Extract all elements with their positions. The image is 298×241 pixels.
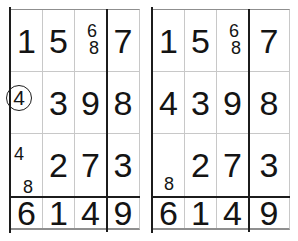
digit: 2: [191, 148, 210, 182]
digit: 7: [114, 24, 133, 58]
digit: 9: [114, 196, 133, 230]
right-cell-r1c1: 1: [153, 10, 185, 72]
thick-box-divider-vertical: [248, 9, 250, 232]
digit: 6: [17, 196, 36, 230]
thick-left-border: [151, 7, 153, 233]
right-cell-r2c3: 9: [217, 72, 249, 134]
left-cell-r3c2: 2: [43, 134, 75, 197]
sudoku-diagram: 1 5 6 8 7 4 3 9 8 4 8 2 7 3 6 1 4 9 1: [0, 0, 298, 241]
left-cell-r1c1: 1: [11, 10, 43, 72]
candidate-digit: 8: [89, 41, 99, 55]
circled-digit: 4: [6, 85, 32, 111]
thick-box-divider-horizontal: [151, 196, 290, 198]
thick-left-border: [9, 7, 11, 233]
digit: 3: [49, 86, 68, 120]
candidate-digit: 6: [229, 24, 239, 38]
digit: 4: [223, 196, 242, 230]
digit: 5: [49, 24, 68, 58]
left-cell-r2c3: 9: [75, 72, 107, 134]
digit: 7: [223, 148, 242, 182]
right-cell-r3c2: 2: [185, 134, 217, 197]
digit: 9: [223, 86, 242, 120]
thick-box-divider-vertical: [106, 9, 108, 232]
left-cell-r2c1: 4: [11, 72, 43, 134]
candidate-digit: 8: [23, 180, 33, 194]
digit: 7: [260, 24, 279, 58]
right-cell-r3c1: 8: [153, 134, 185, 197]
digit: 1: [17, 24, 36, 58]
left-cell-r3c1: 4 8: [11, 134, 43, 197]
candidate-digit: 8: [164, 177, 174, 191]
right-cell-r4c2: 1: [185, 197, 217, 228]
thick-box-divider-horizontal: [9, 196, 140, 198]
right-cell-r1c2: 5: [185, 10, 217, 72]
candidate-digit: 8: [231, 41, 241, 55]
digit: 1: [191, 196, 210, 230]
right-cell-r4c1: 6: [153, 197, 185, 228]
digit: 4: [159, 86, 178, 120]
left-cell-r2c2: 3: [43, 72, 75, 134]
digit: 9: [260, 196, 279, 230]
right-cell-r4c4: 9: [249, 197, 289, 228]
candidate-digit: 4: [14, 147, 24, 161]
digit: 5: [191, 24, 210, 58]
digit: 4: [13, 86, 25, 110]
right-cell-r2c1: 4: [153, 72, 185, 134]
digit: 8: [114, 86, 133, 120]
right-cell-r4c3: 4: [217, 197, 249, 228]
left-cell-r2c4: 8: [107, 72, 139, 134]
left-cell-r4c1: 6: [11, 197, 43, 228]
digit: 4: [81, 196, 100, 230]
digit: 3: [191, 86, 210, 120]
left-cell-r3c4: 3: [107, 134, 139, 197]
left-cell-r4c3: 4: [75, 197, 107, 228]
right-cell-r1c4: 7: [249, 10, 289, 72]
candidate-digit: 6: [87, 24, 97, 38]
left-cell-r4c2: 1: [43, 197, 75, 228]
left-cell-r1c3: 6 8: [75, 10, 107, 72]
left-cell-r3c3: 7: [75, 134, 107, 197]
right-cell-r3c3: 7: [217, 134, 249, 197]
left-cell-r4c4: 9: [107, 197, 139, 228]
right-cell-r2c2: 3: [185, 72, 217, 134]
sudoku-board-left: 1 5 6 8 7 4 3 9 8 4 8 2 7 3 6 1 4 9: [11, 9, 140, 230]
digit: 6: [159, 196, 178, 230]
digit: 8: [260, 86, 279, 120]
left-cell-r1c2: 5: [43, 10, 75, 72]
digit: 1: [159, 24, 178, 58]
digit: 2: [49, 148, 68, 182]
right-cell-r2c4: 8: [249, 72, 289, 134]
digit: 3: [114, 148, 133, 182]
right-cell-r1c3: 6 8: [217, 10, 249, 72]
sudoku-board-right: 1 5 6 8 7 4 3 9 8 8 2 7 3 6 1 4 9: [153, 9, 290, 230]
left-cell-r1c4: 7: [107, 10, 139, 72]
digit: 9: [81, 86, 100, 120]
right-cell-r3c4: 3: [249, 134, 289, 197]
digit: 3: [260, 148, 279, 182]
digit: 1: [49, 196, 68, 230]
digit: 7: [81, 148, 100, 182]
